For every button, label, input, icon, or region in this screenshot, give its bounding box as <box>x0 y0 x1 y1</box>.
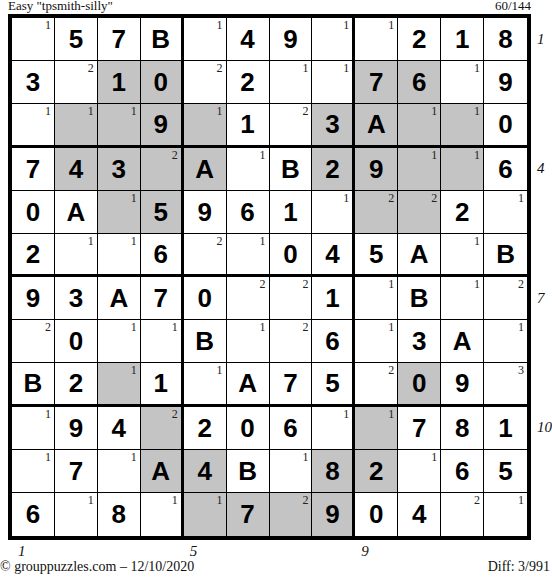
cell-r4c9[interactable]: 9 <box>355 148 398 191</box>
cell-value: 9 <box>283 26 297 52</box>
cell-r3c3[interactable]: 1 <box>98 104 141 147</box>
corner-mark: 1 <box>260 321 266 334</box>
footer: © grouppuzzles.com – 12/10/2020 Diff: 3/… <box>0 559 552 575</box>
cell-r1c1[interactable]: 1 <box>12 18 55 61</box>
cell-value: 2 <box>369 458 383 484</box>
cell-r1c2[interactable]: 5 <box>55 18 98 61</box>
cell-value: 7 <box>240 501 254 527</box>
cell-value: 6 <box>325 328 339 354</box>
corner-mark: 1 <box>343 19 349 32</box>
cell-r10c11[interactable]: 8 <box>441 407 484 450</box>
col-label-9: 9 <box>361 543 369 559</box>
cell-r12c12[interactable]: 1 <box>484 493 527 536</box>
cell-value: 5 <box>498 458 512 484</box>
sudoku-board: 157B1491121832102211761911191123A1107432… <box>8 14 531 540</box>
corner-mark: 1 <box>88 235 94 248</box>
cell-value: 6 <box>412 69 426 95</box>
cell-value: 0 <box>26 199 40 225</box>
cell-value: A <box>367 111 386 137</box>
cell-r2c8[interactable]: 1 <box>312 61 355 104</box>
cell-r6c10[interactable]: A <box>398 234 441 277</box>
cell-value: 9 <box>498 69 512 95</box>
corner-mark: 1 <box>217 494 223 507</box>
cell-r7c5[interactable]: 0 <box>184 277 227 320</box>
corner-mark: 1 <box>172 494 178 507</box>
cell-r5c10[interactable]: 2 <box>398 191 441 234</box>
cell-value: 9 <box>325 501 339 527</box>
cell-r10c6[interactable]: 0 <box>227 407 270 450</box>
cell-r4c10[interactable]: 1 <box>398 148 441 191</box>
cell-r9c8[interactable]: 5 <box>312 363 355 406</box>
corner-mark: 2 <box>45 321 51 334</box>
cell-r8c8[interactable]: 6 <box>312 320 355 363</box>
cell-r2c3[interactable]: 1 <box>98 61 141 104</box>
cell-r1c6[interactable]: 4 <box>227 18 270 61</box>
corner-mark: 2 <box>172 149 178 162</box>
cell-r9c4[interactable]: 1 <box>141 363 184 406</box>
cell-r10c9[interactable]: 1 <box>355 407 398 450</box>
cell-value: 0 <box>240 415 254 441</box>
corner-mark: 1 <box>217 19 223 32</box>
corner-mark: 1 <box>388 408 394 421</box>
cell-value: A <box>410 241 429 267</box>
corner-mark: 2 <box>217 235 223 248</box>
corner-mark: 1 <box>388 278 394 291</box>
corner-mark: 2 <box>302 494 308 507</box>
cell-r9c11[interactable]: 9 <box>441 363 484 406</box>
cell-r11c8[interactable]: 8 <box>312 450 355 493</box>
cell-r9c2[interactable]: 2 <box>55 363 98 406</box>
cell-value: 2 <box>240 69 254 95</box>
cell-value: 3 <box>412 328 426 354</box>
cell-value: A <box>238 370 257 396</box>
cell-value: 6 <box>283 415 297 441</box>
corner-mark: 1 <box>45 105 51 118</box>
cell-r10c3[interactable]: 4 <box>98 407 141 450</box>
cell-r7c6[interactable]: 2 <box>227 277 270 320</box>
cell-r6c3[interactable]: 1 <box>98 234 141 277</box>
puzzle-page: Easy "tpsmith-silly" 60/144 157B14911218… <box>0 0 552 577</box>
corner-mark: 1 <box>343 408 349 421</box>
cell-r7c11[interactable]: 1 <box>441 277 484 320</box>
cell-r4c5[interactable]: A <box>184 148 227 191</box>
cell-value: 2 <box>412 26 426 52</box>
corner-mark: 2 <box>518 278 524 291</box>
corner-mark: 1 <box>431 105 437 118</box>
corner-mark: 1 <box>131 451 137 464</box>
cell-r7c1[interactable]: 9 <box>12 277 55 320</box>
cell-r8c2[interactable]: 0 <box>55 320 98 363</box>
cell-value: 4 <box>412 501 426 527</box>
cell-r9c5[interactable]: 1 <box>184 363 227 406</box>
cell-r8c12[interactable]: 1 <box>484 320 527 363</box>
cell-r11c11[interactable]: 6 <box>441 450 484 493</box>
cell-value: 4 <box>112 415 126 441</box>
header: Easy "tpsmith-silly" 60/144 <box>8 0 531 13</box>
cell-value: 4 <box>325 241 339 267</box>
corner-mark: 1 <box>217 364 223 377</box>
cell-r11c3[interactable]: 1 <box>98 450 141 493</box>
cell-r12c3[interactable]: 8 <box>98 493 141 536</box>
cell-value: A <box>195 156 214 182</box>
cell-value: 4 <box>197 458 211 484</box>
cell-r4c3[interactable]: 3 <box>98 148 141 191</box>
cell-r7c3[interactable]: A <box>98 277 141 320</box>
cell-r8c7[interactable]: 2 <box>270 320 313 363</box>
cell-r4c12[interactable]: 6 <box>484 148 527 191</box>
progress-counter: 60/144 <box>495 0 531 13</box>
cell-r9c12[interactable]: 3 <box>484 363 527 406</box>
corner-mark: 2 <box>388 364 394 377</box>
corner-mark: 1 <box>45 19 51 32</box>
cell-value: 2 <box>455 199 469 225</box>
corner-mark: 1 <box>131 235 137 248</box>
cell-r8c11[interactable]: A <box>441 320 484 363</box>
cell-value: 0 <box>197 285 211 311</box>
cell-r4c2[interactable]: 4 <box>55 148 98 191</box>
corner-mark: 2 <box>302 278 308 291</box>
cell-r1c8[interactable]: 1 <box>312 18 355 61</box>
cell-r1c12[interactable]: 8 <box>484 18 527 61</box>
corner-mark: 1 <box>217 105 223 118</box>
cell-r8c3[interactable]: 1 <box>98 320 141 363</box>
cell-value: 9 <box>369 156 383 182</box>
cell-r9c3[interactable]: 1 <box>98 363 141 406</box>
cell-r7c2[interactable]: 3 <box>55 277 98 320</box>
cell-r6c4[interactable]: 6 <box>141 234 184 277</box>
cell-value: 6 <box>26 501 40 527</box>
cell-r9c9[interactable]: 2 <box>355 363 398 406</box>
cell-r3c5[interactable]: 1 <box>184 104 227 147</box>
cell-r3c6[interactable]: 1 <box>227 104 270 147</box>
cell-value: B <box>238 458 257 484</box>
cell-value: 8 <box>325 458 339 484</box>
cell-r5c2[interactable]: A <box>55 191 98 234</box>
cell-r12c10[interactable]: 4 <box>398 493 441 536</box>
cell-r12c2[interactable]: 1 <box>55 493 98 536</box>
cell-value: 0 <box>412 370 426 396</box>
cell-value: 6 <box>498 156 512 182</box>
cell-r11c4[interactable]: A <box>141 450 184 493</box>
cell-r4c8[interactable]: 2 <box>312 148 355 191</box>
cell-r6c1[interactable]: 2 <box>12 234 55 277</box>
cell-value: 7 <box>369 69 383 95</box>
corner-mark: 1 <box>302 62 308 75</box>
cell-value: 6 <box>153 241 167 267</box>
corner-mark: 1 <box>474 149 480 162</box>
difficulty-text: Diff: 3/991 <box>488 559 552 575</box>
cell-value: B <box>151 26 170 52</box>
cell-value: 9 <box>153 111 167 137</box>
corner-mark: 1 <box>88 494 94 507</box>
cell-value: 3 <box>112 156 126 182</box>
cell-r3c8[interactable]: 3 <box>312 104 355 147</box>
cell-r4c4[interactable]: 2 <box>141 148 184 191</box>
corner-mark: 1 <box>172 321 178 334</box>
cell-value: 2 <box>69 370 83 396</box>
cell-value: A <box>66 199 85 225</box>
cell-r12c6[interactable]: 7 <box>227 493 270 536</box>
cell-value: 6 <box>455 458 469 484</box>
cell-r9c6[interactable]: A <box>227 363 270 406</box>
corner-mark: 1 <box>388 321 394 334</box>
cell-value: 0 <box>283 241 297 267</box>
cell-r1c11[interactable]: 1 <box>441 18 484 61</box>
row-label-7: 7 <box>537 290 545 306</box>
cell-r3c4[interactable]: 9 <box>141 104 184 147</box>
cell-value: 7 <box>26 156 40 182</box>
cell-r12c9[interactable]: 0 <box>355 493 398 536</box>
cell-r7c10[interactable]: B <box>398 277 441 320</box>
cell-value: 2 <box>197 415 211 441</box>
corner-mark: 1 <box>131 105 137 118</box>
cell-r6c9[interactable]: 5 <box>355 234 398 277</box>
cell-r5c9[interactable]: 2 <box>355 191 398 234</box>
cell-r3c9[interactable]: A <box>355 104 398 147</box>
cell-r3c10[interactable]: 1 <box>398 104 441 147</box>
cell-r5c12[interactable]: 1 <box>484 191 527 234</box>
cell-r6c12[interactable]: B <box>484 234 527 277</box>
cell-r2c9[interactable]: 7 <box>355 61 398 104</box>
cell-r6c7[interactable]: 0 <box>270 234 313 277</box>
corner-mark: 1 <box>343 62 349 75</box>
cell-r8c4[interactable]: 1 <box>141 320 184 363</box>
cell-r2c4[interactable]: 0 <box>141 61 184 104</box>
col-label-5: 5 <box>190 543 198 559</box>
cell-r7c12[interactable]: 2 <box>484 277 527 320</box>
row-label-10: 10 <box>537 419 552 435</box>
cell-r2c12[interactable]: 9 <box>484 61 527 104</box>
cell-r11c5[interactable]: 4 <box>184 450 227 493</box>
cell-r5c8[interactable]: 1 <box>312 191 355 234</box>
cell-value: 9 <box>69 415 83 441</box>
corner-mark: 1 <box>260 149 266 162</box>
cell-r1c3[interactable]: 7 <box>98 18 141 61</box>
cell-r9c7[interactable]: 7 <box>270 363 313 406</box>
corner-mark: 2 <box>302 321 308 334</box>
corner-mark: 1 <box>518 494 524 507</box>
corner-mark: 2 <box>217 62 223 75</box>
corner-mark: 2 <box>388 192 394 205</box>
corner-mark: 2 <box>260 278 266 291</box>
cell-r4c11[interactable]: 1 <box>441 148 484 191</box>
cell-r10c8[interactable]: 1 <box>312 407 355 450</box>
cell-r2c5[interactable]: 2 <box>184 61 227 104</box>
cell-r10c1[interactable]: 1 <box>12 407 55 450</box>
cell-value: 4 <box>69 156 83 182</box>
cell-r5c1[interactable]: 0 <box>12 191 55 234</box>
cell-r7c9[interactable]: 1 <box>355 277 398 320</box>
cell-r8c10[interactable]: 3 <box>398 320 441 363</box>
puzzle-title: Easy "tpsmith-silly" <box>8 0 113 13</box>
cell-r5c4[interactable]: 5 <box>141 191 184 234</box>
cell-value: 2 <box>325 156 339 182</box>
cell-r5c3[interactable]: 1 <box>98 191 141 234</box>
cell-r2c11[interactable]: 1 <box>441 61 484 104</box>
cell-r3c11[interactable]: 1 <box>441 104 484 147</box>
cell-value: 7 <box>283 370 297 396</box>
cell-r1c5[interactable]: 1 <box>184 18 227 61</box>
cell-value: 1 <box>325 285 339 311</box>
row-label-1: 1 <box>537 31 545 47</box>
cell-r10c10[interactable]: 7 <box>398 407 441 450</box>
corner-mark: 1 <box>45 408 51 421</box>
corner-mark: 2 <box>431 192 437 205</box>
corner-mark: 1 <box>518 192 524 205</box>
corner-mark: 1 <box>474 235 480 248</box>
cell-r6c2[interactable]: 1 <box>55 234 98 277</box>
cell-r9c1[interactable]: B <box>12 363 55 406</box>
cell-value: 3 <box>69 285 83 311</box>
cell-r12c8[interactable]: 9 <box>312 493 355 536</box>
cell-r4c7[interactable]: B <box>270 148 313 191</box>
cell-value: 7 <box>112 26 126 52</box>
corner-mark: 1 <box>474 105 480 118</box>
cell-r8c5[interactable]: B <box>184 320 227 363</box>
cell-value: 9 <box>455 370 469 396</box>
corner-mark: 1 <box>474 62 480 75</box>
cell-value: A <box>151 458 170 484</box>
cell-r11c6[interactable]: B <box>227 450 270 493</box>
cell-value: B <box>195 328 214 354</box>
corner-mark: 1 <box>343 192 349 205</box>
cell-value: 8 <box>112 501 126 527</box>
cell-r12c7[interactable]: 2 <box>270 493 313 536</box>
corner-mark: 2 <box>302 105 308 118</box>
cell-r11c1[interactable]: 1 <box>12 450 55 493</box>
corner-mark: 2 <box>172 408 178 421</box>
cell-value: A <box>109 285 128 311</box>
cell-r12c4[interactable]: 1 <box>141 493 184 536</box>
corner-mark: 1 <box>131 364 137 377</box>
cell-value: 1 <box>455 26 469 52</box>
cell-value: 0 <box>69 328 83 354</box>
cell-value: 6 <box>240 199 254 225</box>
corner-mark: 3 <box>518 364 524 377</box>
cell-r11c2[interactable]: 7 <box>55 450 98 493</box>
corner-mark: 1 <box>88 105 94 118</box>
cell-r8c9[interactable]: 1 <box>355 320 398 363</box>
cell-value: A <box>453 328 472 354</box>
cell-r3c1[interactable]: 1 <box>12 104 55 147</box>
cell-r10c5[interactable]: 2 <box>184 407 227 450</box>
cell-r11c10[interactable]: 1 <box>398 450 441 493</box>
col-label-1: 1 <box>18 543 26 559</box>
cell-value: 5 <box>69 26 83 52</box>
corner-mark: 1 <box>388 19 394 32</box>
cell-r12c11[interactable]: 2 <box>441 493 484 536</box>
cell-r11c7[interactable]: 1 <box>270 450 313 493</box>
cell-r6c11[interactable]: 1 <box>441 234 484 277</box>
cell-r10c12[interactable]: 1 <box>484 407 527 450</box>
cell-r7c7[interactable]: 2 <box>270 277 313 320</box>
cell-value: 1 <box>153 370 167 396</box>
cell-value: 7 <box>412 415 426 441</box>
cell-r3c2[interactable]: 1 <box>55 104 98 147</box>
cell-r2c10[interactable]: 6 <box>398 61 441 104</box>
cell-r1c7[interactable]: 9 <box>270 18 313 61</box>
cell-value: 1 <box>283 199 297 225</box>
cell-r8c1[interactable]: 2 <box>12 320 55 363</box>
cell-r5c7[interactable]: 1 <box>270 191 313 234</box>
cell-r8c6[interactable]: 1 <box>227 320 270 363</box>
cell-value: B <box>281 156 300 182</box>
cell-value: B <box>496 241 515 267</box>
cell-value: 0 <box>153 69 167 95</box>
cell-value: 8 <box>455 415 469 441</box>
cell-value: 4 <box>240 26 254 52</box>
cell-value: 9 <box>197 199 211 225</box>
cell-r3c12[interactable]: 0 <box>484 104 527 147</box>
cell-r10c4[interactable]: 2 <box>141 407 184 450</box>
cell-r11c9[interactable]: 2 <box>355 450 398 493</box>
cell-r9c10[interactable]: 0 <box>398 363 441 406</box>
cell-r2c6[interactable]: 2 <box>227 61 270 104</box>
row-label-4: 4 <box>537 160 545 176</box>
cell-r5c5[interactable]: 9 <box>184 191 227 234</box>
corner-mark: 1 <box>474 278 480 291</box>
cell-r2c7[interactable]: 1 <box>270 61 313 104</box>
cell-r1c4[interactable]: B <box>141 18 184 61</box>
board-grid: 157B1491121832102211761911191123A1107432… <box>12 18 527 536</box>
cell-value: 7 <box>69 458 83 484</box>
corner-mark: 1 <box>431 451 437 464</box>
cell-value: 2 <box>26 241 40 267</box>
cell-r10c7[interactable]: 6 <box>270 407 313 450</box>
cell-value: 5 <box>153 199 167 225</box>
cell-r4c1[interactable]: 7 <box>12 148 55 191</box>
corner-mark: 1 <box>431 149 437 162</box>
cell-value: B <box>410 285 429 311</box>
cell-r11c12[interactable]: 5 <box>484 450 527 493</box>
corner-mark: 1 <box>131 192 137 205</box>
cell-r2c1[interactable]: 3 <box>12 61 55 104</box>
cell-r7c4[interactable]: 7 <box>141 277 184 320</box>
corner-mark: 1 <box>302 451 308 464</box>
cell-r10c2[interactable]: 9 <box>55 407 98 450</box>
cell-r5c6[interactable]: 6 <box>227 191 270 234</box>
cell-value: 0 <box>498 111 512 137</box>
cell-r1c9[interactable]: 1 <box>355 18 398 61</box>
cell-r4c6[interactable]: 1 <box>227 148 270 191</box>
corner-mark: 1 <box>131 321 137 334</box>
cell-value: 1 <box>240 111 254 137</box>
cell-value: B <box>24 370 43 396</box>
cell-r5c11[interactable]: 2 <box>441 191 484 234</box>
cell-value: 7 <box>153 285 167 311</box>
cell-value: 9 <box>26 285 40 311</box>
cell-value: 5 <box>325 370 339 396</box>
cell-value: 1 <box>498 415 512 441</box>
cell-r12c5[interactable]: 1 <box>184 493 227 536</box>
corner-mark: 1 <box>518 321 524 334</box>
cell-r2c2[interactable]: 2 <box>55 61 98 104</box>
cell-r7c8[interactable]: 1 <box>312 277 355 320</box>
cell-value: 3 <box>325 111 339 137</box>
cell-r6c8[interactable]: 4 <box>312 234 355 277</box>
cell-value: 8 <box>498 26 512 52</box>
cell-r6c5[interactable]: 2 <box>184 234 227 277</box>
cell-r3c7[interactable]: 2 <box>270 104 313 147</box>
cell-value: 1 <box>112 69 126 95</box>
cell-r12c1[interactable]: 6 <box>12 493 55 536</box>
corner-mark: 2 <box>474 494 480 507</box>
cell-r1c10[interactable]: 2 <box>398 18 441 61</box>
cell-value: 3 <box>26 69 40 95</box>
corner-mark: 1 <box>260 235 266 248</box>
cell-value: 0 <box>369 501 383 527</box>
cell-r6c6[interactable]: 1 <box>227 234 270 277</box>
